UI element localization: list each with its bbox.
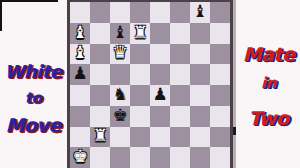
white-rook: ♜ (92, 127, 107, 144)
square-a2 (70, 127, 90, 148)
square-e2 (150, 127, 170, 148)
square-e6 (150, 44, 170, 65)
square-f3 (170, 106, 190, 127)
square-e8 (150, 2, 170, 23)
square-h7 (210, 23, 230, 44)
square-c6: ♛ (110, 44, 130, 65)
square-g2 (190, 127, 210, 148)
chess-board: ♝♝♝♜♝♛♟♞♟♚♜♚ (67, 0, 233, 168)
square-e5 (150, 64, 170, 85)
caption-line-two: Two (249, 107, 289, 129)
square-b5 (90, 64, 110, 85)
square-c8 (110, 2, 130, 23)
square-b1 (90, 147, 110, 168)
square-f5 (170, 64, 190, 85)
square-g3 (190, 106, 210, 127)
square-d6 (130, 44, 150, 65)
caption-line-mate: Mate (243, 43, 295, 65)
square-a3 (70, 106, 90, 127)
black-king: ♚ (112, 107, 127, 124)
white-to-move-caption: White to Move (0, 0, 66, 168)
square-b3 (90, 106, 110, 127)
square-f6 (170, 44, 190, 65)
caption-line-white: White (4, 61, 61, 82)
square-g7 (190, 23, 210, 44)
square-e4: ♟ (150, 85, 170, 106)
puzzle-thumbnail: White to Move ♝♝♝♜♝♛♟♞♟♚♜♚ Mate in Two (0, 0, 300, 168)
caption-line-to: to (25, 89, 41, 107)
square-h2 (210, 127, 230, 148)
square-d4 (130, 85, 150, 106)
mate-in-two-caption: Mate in Two (237, 0, 300, 168)
white-king: ♚ (72, 148, 87, 165)
white-rook: ♜ (132, 24, 147, 41)
square-h5 (210, 64, 230, 85)
square-e3 (150, 106, 170, 127)
square-f8 (170, 2, 190, 23)
square-f4 (170, 85, 190, 106)
square-d3 (130, 106, 150, 127)
square-b2: ♜ (90, 127, 110, 148)
square-a5: ♟ (70, 64, 90, 85)
square-c1 (110, 147, 130, 168)
square-c7: ♝ (110, 23, 130, 44)
square-f1 (170, 147, 190, 168)
square-b8 (90, 2, 110, 23)
square-d8 (130, 2, 150, 23)
square-c4: ♞ (110, 85, 130, 106)
square-a8 (70, 2, 90, 23)
square-b7 (90, 23, 110, 44)
square-g6 (190, 44, 210, 65)
square-g1 (190, 147, 210, 168)
square-d2 (130, 127, 150, 148)
square-g4 (190, 85, 210, 106)
square-h1 (210, 147, 230, 168)
square-a1: ♚ (70, 147, 90, 168)
square-g5 (190, 64, 210, 85)
square-d5 (130, 64, 150, 85)
square-e1 (150, 147, 170, 168)
black-bishop: ♝ (112, 24, 127, 41)
square-c2 (110, 127, 130, 148)
square-c3: ♚ (110, 106, 130, 127)
white-bishop: ♝ (72, 24, 87, 41)
square-b6 (90, 44, 110, 65)
black-bishop: ♝ (192, 3, 207, 20)
square-d7: ♜ (130, 23, 150, 44)
square-h3 (210, 106, 230, 127)
black-pawn: ♟ (72, 65, 87, 82)
black-knight: ♞ (112, 86, 127, 103)
white-bishop: ♝ (72, 44, 87, 61)
black-pawn: ♟ (152, 86, 167, 103)
chess-board-grid: ♝♝♝♜♝♛♟♞♟♚♜♚ (70, 2, 230, 168)
board-edge-mark (233, 127, 236, 135)
square-a4 (70, 85, 90, 106)
caption-line-move: Move (5, 114, 60, 136)
square-a7: ♝ (70, 23, 90, 44)
square-f7 (170, 23, 190, 44)
square-c5 (110, 64, 130, 85)
square-f2 (170, 127, 190, 148)
square-a6: ♝ (70, 44, 90, 65)
square-g8: ♝ (190, 2, 210, 23)
caption-line-in: in (261, 74, 276, 92)
square-b4 (90, 85, 110, 106)
white-queen: ♛ (112, 44, 127, 61)
square-h8 (210, 2, 230, 23)
square-e7 (150, 23, 170, 44)
square-h4 (210, 85, 230, 106)
square-h6 (210, 44, 230, 65)
square-d1 (130, 147, 150, 168)
board-edge-shadow (233, 0, 236, 168)
